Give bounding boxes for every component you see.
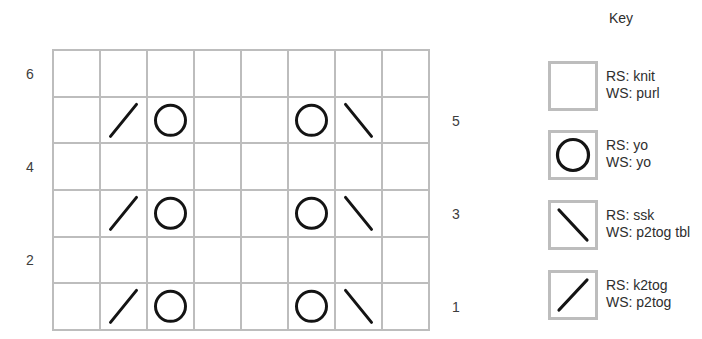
chart-cell-ssk-symbol (336, 284, 381, 329)
chart-cell-knit (289, 51, 334, 96)
chart-cell-knit (54, 238, 99, 283)
key-item-k2tog: RS: k2tog WS: p2tog (606, 277, 671, 311)
chart-cell-yo-symbol (289, 284, 334, 329)
row-label-1: 1 (445, 299, 467, 315)
chart-cell-knit (101, 238, 146, 283)
key-line-ws: WS: p2tog tbl (606, 224, 690, 241)
key-title: Key (595, 10, 647, 26)
chart-cell-ssk-symbol (336, 98, 381, 143)
knitting-chart-page: 6 4 2 5 3 1 Key RS: knit WS: purl RS: yo… (0, 0, 702, 339)
ssk-symbol (548, 200, 598, 250)
chart-cell-knit (242, 284, 287, 329)
chart-cell-knit (148, 238, 193, 283)
chart-grid (52, 49, 430, 331)
chart-cell-yo-symbol (289, 98, 334, 143)
chart-cell-knit (54, 51, 99, 96)
chart-cell-knit (242, 144, 287, 189)
chart-cell-knit (195, 284, 240, 329)
chart-cell-knit (242, 238, 287, 283)
chart-cell-knit (148, 51, 193, 96)
chart-cell-knit (383, 98, 428, 143)
chart-cell-knit (101, 144, 146, 189)
chart-cell-knit (195, 191, 240, 236)
key-item-knit: RS: knit WS: purl (606, 68, 660, 102)
key-line-ws: WS: purl (606, 85, 660, 102)
chart-cell-yo-symbol (148, 284, 193, 329)
chart-cell-k2tog-symbol (101, 191, 146, 236)
row-label-5: 5 (445, 113, 467, 129)
chart-cell-knit (383, 51, 428, 96)
knit-symbol (548, 61, 598, 111)
chart-cell-knit (54, 191, 99, 236)
chart-cell-ssk-symbol (336, 191, 381, 236)
key-item-yo: RS: yo WS: yo (606, 137, 651, 171)
chart-cell-knit (336, 51, 381, 96)
chart-cell-knit (383, 284, 428, 329)
key-line-rs: RS: ssk (606, 207, 690, 224)
chart-cell-knit (242, 191, 287, 236)
chart-cell-knit (289, 144, 334, 189)
key-line-rs: RS: knit (606, 68, 660, 85)
chart-cell-knit (195, 98, 240, 143)
chart-cell-knit (195, 238, 240, 283)
yo-symbol (548, 130, 598, 180)
chart-cell-knit (101, 51, 146, 96)
chart-cell-knit (289, 238, 334, 283)
row-label-2: 2 (19, 252, 41, 268)
row-label-3: 3 (445, 206, 467, 222)
chart-cell-knit (383, 144, 428, 189)
row-label-6: 6 (19, 66, 41, 82)
chart-cell-knit (195, 51, 240, 96)
key-line-rs: RS: yo (606, 137, 651, 154)
chart-cell-knit (54, 144, 99, 189)
chart-cell-knit (148, 144, 193, 189)
chart-cell-yo-symbol (148, 98, 193, 143)
chart-cell-yo-symbol (148, 191, 193, 236)
chart-cell-k2tog-symbol (101, 98, 146, 143)
chart-cell-yo-symbol (289, 191, 334, 236)
chart-cell-knit (242, 51, 287, 96)
k2tog-symbol (548, 270, 598, 320)
key-line-ws: WS: yo (606, 154, 651, 171)
row-label-4: 4 (19, 159, 41, 175)
chart-cell-knit (336, 144, 381, 189)
chart-cell-knit (54, 284, 99, 329)
key-line-rs: RS: k2tog (606, 277, 671, 294)
chart-cell-knit (54, 98, 99, 143)
chart-cell-knit (336, 238, 381, 283)
chart-cell-knit (242, 98, 287, 143)
chart-cell-knit (383, 238, 428, 283)
chart-cell-knit (195, 144, 240, 189)
key-item-ssk: RS: ssk WS: p2tog tbl (606, 207, 690, 241)
chart-cell-k2tog-symbol (101, 284, 146, 329)
chart-cell-knit (383, 191, 428, 236)
key-line-ws: WS: p2tog (606, 294, 671, 311)
